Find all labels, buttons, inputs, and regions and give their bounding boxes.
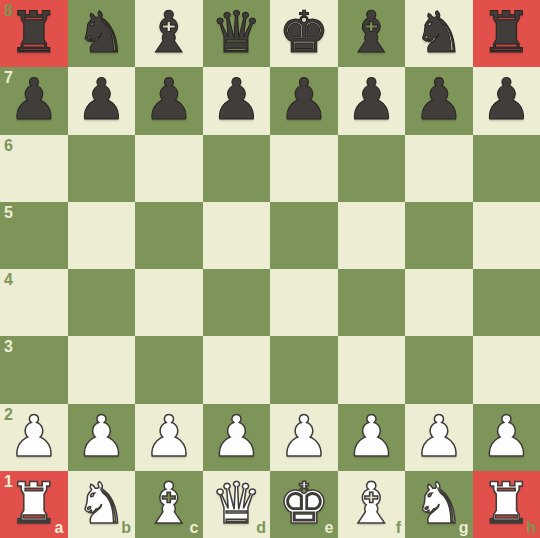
white-knight-piece: ♞	[413, 475, 464, 532]
black-pawn-piece: ♟	[413, 71, 464, 128]
square-b4[interactable]	[68, 269, 136, 336]
square-g5[interactable]	[405, 202, 473, 269]
black-queen-piece: ♛	[211, 4, 262, 61]
white-pawn-piece: ♟	[8, 408, 59, 465]
square-b2[interactable]: ♟	[68, 404, 136, 471]
square-g7[interactable]: ♟	[405, 67, 473, 134]
square-c4[interactable]	[135, 269, 203, 336]
square-d2[interactable]: ♟	[203, 404, 271, 471]
square-b5[interactable]	[68, 202, 136, 269]
square-h3[interactable]	[473, 336, 540, 403]
square-g2[interactable]: ♟	[405, 404, 473, 471]
square-f2[interactable]: ♟	[338, 404, 406, 471]
black-knight-piece: ♞	[76, 4, 127, 61]
white-pawn-piece: ♟	[278, 408, 329, 465]
white-queen-piece: ♛	[211, 475, 262, 532]
rank-label-6: 6	[4, 138, 13, 154]
square-e5[interactable]	[270, 202, 338, 269]
square-f7[interactable]: ♟	[338, 67, 406, 134]
square-h2[interactable]: ♟	[473, 404, 540, 471]
square-c5[interactable]	[135, 202, 203, 269]
black-pawn-piece: ♟	[143, 71, 194, 128]
black-pawn-piece: ♟	[8, 71, 59, 128]
rank-label-4: 4	[4, 272, 13, 288]
square-a1[interactable]: 1a♜	[0, 471, 68, 538]
square-e4[interactable]	[270, 269, 338, 336]
square-d4[interactable]	[203, 269, 271, 336]
black-pawn-piece: ♟	[346, 71, 397, 128]
square-e7[interactable]: ♟	[270, 67, 338, 134]
square-e2[interactable]: ♟	[270, 404, 338, 471]
square-a8[interactable]: 8♜	[0, 0, 68, 67]
square-f4[interactable]	[338, 269, 406, 336]
square-e8[interactable]: ♚	[270, 0, 338, 67]
square-a7[interactable]: 7♟	[0, 67, 68, 134]
square-g6[interactable]	[405, 135, 473, 202]
square-c8[interactable]: ♝	[135, 0, 203, 67]
black-bishop-piece: ♝	[346, 4, 397, 61]
square-c6[interactable]	[135, 135, 203, 202]
white-pawn-piece: ♟	[413, 408, 464, 465]
square-f5[interactable]	[338, 202, 406, 269]
white-king-piece: ♚	[278, 475, 329, 532]
square-f8[interactable]: ♝	[338, 0, 406, 67]
white-pawn-piece: ♟	[346, 408, 397, 465]
white-pawn-piece: ♟	[211, 408, 262, 465]
square-c2[interactable]: ♟	[135, 404, 203, 471]
white-bishop-piece: ♝	[143, 475, 194, 532]
square-h6[interactable]	[473, 135, 540, 202]
square-f3[interactable]	[338, 336, 406, 403]
black-king-piece: ♚	[278, 4, 329, 61]
white-rook-piece: ♜	[481, 475, 532, 532]
black-pawn-piece: ♟	[278, 71, 329, 128]
square-b1[interactable]: b♞	[68, 471, 136, 538]
square-b3[interactable]	[68, 336, 136, 403]
square-f6[interactable]	[338, 135, 406, 202]
black-rook-piece: ♜	[481, 4, 532, 61]
square-e3[interactable]	[270, 336, 338, 403]
black-pawn-piece: ♟	[481, 71, 532, 128]
square-b6[interactable]	[68, 135, 136, 202]
square-a3[interactable]: 3	[0, 336, 68, 403]
square-g1[interactable]: g♞	[405, 471, 473, 538]
chess-board: 8♜♞♝♛♚♝♞♜7♟♟♟♟♟♟♟♟65432♟♟♟♟♟♟♟♟1a♜b♞c♝d♛…	[0, 0, 540, 538]
square-f1[interactable]: f♝	[338, 471, 406, 538]
square-e1[interactable]: e♚	[270, 471, 338, 538]
square-b7[interactable]: ♟	[68, 67, 136, 134]
square-a5[interactable]: 5	[0, 202, 68, 269]
white-pawn-piece: ♟	[481, 408, 532, 465]
rank-label-3: 3	[4, 339, 13, 355]
square-d1[interactable]: d♛	[203, 471, 271, 538]
square-d8[interactable]: ♛	[203, 0, 271, 67]
square-b8[interactable]: ♞	[68, 0, 136, 67]
black-pawn-piece: ♟	[76, 71, 127, 128]
square-g8[interactable]: ♞	[405, 0, 473, 67]
square-e6[interactable]	[270, 135, 338, 202]
square-a2[interactable]: 2♟	[0, 404, 68, 471]
black-rook-piece: ♜	[8, 4, 59, 61]
white-rook-piece: ♜	[8, 475, 59, 532]
square-c7[interactable]: ♟	[135, 67, 203, 134]
white-pawn-piece: ♟	[76, 408, 127, 465]
black-bishop-piece: ♝	[143, 4, 194, 61]
white-pawn-piece: ♟	[143, 408, 194, 465]
white-knight-piece: ♞	[76, 475, 127, 532]
square-a4[interactable]: 4	[0, 269, 68, 336]
square-d7[interactable]: ♟	[203, 67, 271, 134]
square-d5[interactable]	[203, 202, 271, 269]
square-h7[interactable]: ♟	[473, 67, 540, 134]
black-pawn-piece: ♟	[211, 71, 262, 128]
square-g3[interactable]	[405, 336, 473, 403]
square-h5[interactable]	[473, 202, 540, 269]
square-d6[interactable]	[203, 135, 271, 202]
square-h8[interactable]: ♜	[473, 0, 540, 67]
square-g4[interactable]	[405, 269, 473, 336]
white-bishop-piece: ♝	[346, 475, 397, 532]
square-c1[interactable]: c♝	[135, 471, 203, 538]
black-knight-piece: ♞	[413, 4, 464, 61]
square-h4[interactable]	[473, 269, 540, 336]
square-c3[interactable]	[135, 336, 203, 403]
rank-label-5: 5	[4, 205, 13, 221]
square-h1[interactable]: h♜	[473, 471, 540, 538]
square-a6[interactable]: 6	[0, 135, 68, 202]
square-d3[interactable]	[203, 336, 271, 403]
